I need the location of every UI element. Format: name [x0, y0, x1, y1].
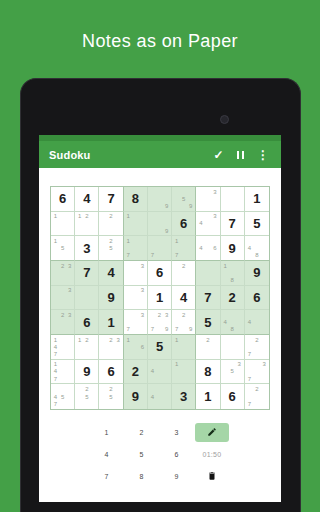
cell-r3c6[interactable]: 17 [172, 236, 196, 261]
note-pos-7 [222, 276, 229, 283]
note-pos-7: 7 [246, 350, 253, 357]
note-pos-5 [132, 343, 139, 350]
note-pos-9: 9 [163, 227, 170, 234]
cell-r2c1[interactable]: 1 [51, 212, 75, 237]
cell-r1c2[interactable]: 4 [75, 187, 99, 212]
note-pos-5 [156, 220, 163, 227]
note-pos-6 [261, 245, 268, 252]
note-pos-8 [132, 276, 139, 283]
cell-value: 9 [229, 242, 236, 255]
note-pos-4 [52, 220, 59, 227]
cell-r1c4[interactable]: 8 [124, 187, 148, 212]
note-pos-3 [236, 311, 243, 318]
note-pos-7: 7 [149, 252, 156, 259]
note-pos-6 [236, 269, 243, 276]
numpad-8[interactable]: 8 [140, 473, 144, 480]
cell-r8c5[interactable]: 4 [148, 360, 172, 385]
note-pos-9 [163, 400, 170, 408]
cell-notes: 9 [148, 187, 171, 211]
cell-r4c4[interactable]: 3 [124, 261, 148, 286]
note-pos-3 [211, 336, 218, 343]
cell-value: 7 [107, 192, 114, 205]
note-pos-6 [66, 343, 73, 350]
numpad-1[interactable]: 1 [105, 429, 109, 436]
tablet-frame: Sudoku ✓ ⋮ 64789593111221963475153251771… [20, 78, 301, 512]
cell-notes: 2379 [148, 310, 171, 334]
cell-value: 9 [107, 291, 114, 304]
note-pos-9: 9 [163, 202, 170, 209]
note-pos-4: 4 [197, 220, 204, 227]
note-pos-4: 4 [52, 368, 59, 375]
note-pos-9 [236, 375, 243, 382]
cell-notes: 15 [51, 236, 74, 260]
cell-r8c3[interactable]: 6 [99, 360, 123, 385]
note-pos-7 [197, 252, 204, 259]
note-pos-6 [261, 319, 268, 326]
cell-r2c6[interactable]: 6 [172, 212, 196, 237]
cell-r7c8[interactable] [221, 335, 245, 360]
cell-value: 9 [253, 266, 260, 279]
note-pos-5 [204, 343, 211, 350]
cell-value: 6 [107, 365, 114, 378]
note-pos-5 [156, 319, 163, 326]
note-pos-2: 2 [59, 262, 66, 269]
cell-value: 6 [229, 390, 236, 403]
cell-notes: 4 [245, 310, 269, 334]
cell-r5c1[interactable]: 3 [51, 286, 75, 311]
cell-r2c7[interactable]: 34 [196, 212, 220, 237]
note-pos-6: 6 [211, 245, 218, 252]
note-pos-4: 4 [52, 343, 59, 350]
note-pos-7 [173, 202, 180, 209]
note-pos-2: 2 [83, 336, 90, 343]
cell-value: 1 [253, 192, 260, 205]
cell-r7c4[interactable]: 16 [124, 335, 148, 360]
note-pos-1 [125, 287, 132, 294]
note-pos-7 [173, 375, 180, 382]
note-pos-3 [66, 336, 73, 343]
numpad-2[interactable]: 2 [140, 429, 144, 436]
cell-r1c9[interactable]: 1 [245, 187, 269, 212]
note-pos-6 [261, 343, 268, 350]
note-pos-5 [180, 319, 187, 326]
numpad-9[interactable]: 9 [175, 473, 179, 480]
cell-r2c5[interactable]: 9 [148, 212, 172, 237]
cell-r3c7[interactable]: 46 [196, 236, 220, 261]
note-pos-2 [59, 336, 66, 343]
cell-r5c7[interactable]: 7 [196, 286, 220, 311]
note-pos-7 [149, 375, 156, 382]
cell-r9c8[interactable]: 6 [221, 384, 245, 409]
note-pos-2 [253, 361, 260, 368]
note-pos-5: 5 [59, 245, 66, 252]
cell-r9c1[interactable]: 457 [51, 384, 75, 409]
cell-r6c4[interactable]: 37 [124, 310, 148, 335]
note-pos-2 [59, 237, 66, 244]
note-pos-6 [187, 245, 194, 252]
cell-r4c7[interactable] [196, 261, 220, 286]
note-pos-8 [59, 301, 66, 308]
note-pos-4 [222, 269, 229, 276]
pause-icon[interactable] [237, 151, 245, 159]
note-pos-1 [197, 188, 204, 195]
note-pos-6 [187, 368, 194, 375]
note-pos-4 [76, 393, 83, 401]
note-pos-8 [204, 350, 211, 357]
cell-r7c2[interactable]: 12 [75, 335, 99, 360]
note-pos-8 [108, 350, 115, 357]
cell-r6c1[interactable]: 23 [51, 310, 75, 335]
note-pos-3: 3 [261, 361, 268, 368]
cell-r4c8[interactable]: 18 [221, 261, 245, 286]
note-pos-5 [83, 343, 90, 350]
note-pos-8 [204, 202, 211, 209]
note-pos-3 [163, 188, 170, 195]
note-pos-3 [187, 188, 194, 195]
note-pos-5 [132, 269, 139, 276]
note-pos-6 [187, 269, 194, 276]
cell-r9c9[interactable]: 27 [245, 384, 269, 409]
note-pos-3: 3 [115, 336, 122, 343]
note-pos-4: 4 [222, 319, 229, 326]
note-pos-5 [59, 294, 66, 301]
note-pos-1 [246, 311, 253, 318]
note-pos-3: 3 [211, 213, 218, 220]
numpad-5[interactable]: 5 [140, 451, 144, 458]
note-pos-1: 1 [52, 213, 59, 220]
note-pos-9 [261, 252, 268, 259]
note-pos-3 [187, 336, 194, 343]
note-pos-9 [66, 252, 73, 259]
note-pos-4 [149, 245, 156, 252]
note-pos-2: 2 [156, 311, 163, 318]
note-pos-6 [66, 319, 73, 326]
cell-notes: 35 [221, 360, 244, 384]
note-pos-9 [211, 202, 218, 209]
note-pos-7 [76, 400, 83, 408]
cell-r9c4[interactable]: 9 [124, 384, 148, 409]
note-pos-3: 3 [236, 361, 243, 368]
camera-icon [220, 115, 229, 124]
note-pos-9 [66, 326, 73, 333]
cell-notes: 2 [172, 261, 195, 285]
cell-r9c7[interactable]: 1 [196, 384, 220, 409]
cell-r3c5[interactable]: 7 [148, 236, 172, 261]
cell-r6c9[interactable]: 4 [245, 310, 269, 335]
note-pos-8 [59, 227, 66, 234]
cell-r9c6[interactable]: 3 [172, 384, 196, 409]
note-pos-1 [149, 188, 156, 195]
cell-r2c9[interactable]: 5 [245, 212, 269, 237]
note-pos-3: 3 [66, 311, 73, 318]
note-pos-3 [115, 385, 122, 393]
numpad-6[interactable]: 6 [175, 451, 179, 458]
app-bar: Sudoku ✓ ⋮ [39, 141, 281, 168]
note-pos-8: 8 [253, 252, 260, 259]
note-pos-1 [100, 213, 107, 220]
cell-value: 6 [180, 217, 187, 230]
note-pos-9 [90, 227, 97, 234]
note-pos-2 [156, 213, 163, 220]
note-pos-1 [149, 213, 156, 220]
note-pos-4 [76, 220, 83, 227]
cell-r8c7[interactable]: 8 [196, 360, 220, 385]
cell-r8c4[interactable]: 2 [124, 360, 148, 385]
cell-r8c8[interactable]: 35 [221, 360, 245, 385]
note-pos-7 [52, 227, 59, 234]
note-pos-5 [59, 343, 66, 350]
cell-r9c3[interactable]: 25 [99, 384, 123, 409]
cell-r9c5[interactable]: 4 [148, 384, 172, 409]
note-pos-4 [100, 245, 107, 252]
cell-notes: 1 [51, 212, 74, 236]
note-pos-9 [139, 276, 146, 283]
cell-r1c8[interactable] [221, 187, 245, 212]
note-pos-2 [156, 188, 163, 195]
cell-r1c3[interactable]: 7 [99, 187, 123, 212]
cell-value: 4 [83, 192, 90, 205]
cell-notes: 9 [148, 212, 171, 236]
note-pos-2: 2 [180, 262, 187, 269]
cell-value: 1 [204, 390, 211, 403]
pencil-notes-button[interactable] [195, 423, 229, 442]
note-pos-2 [229, 262, 236, 269]
note-pos-5 [180, 343, 187, 350]
cell-notes: 48 [221, 310, 244, 334]
note-pos-2 [229, 311, 236, 318]
cell-value: 9 [132, 390, 139, 403]
cell-r4c9[interactable]: 9 [245, 261, 269, 286]
note-pos-2 [180, 361, 187, 368]
cell-r1c5[interactable]: 9 [148, 187, 172, 212]
note-pos-1: 1 [76, 213, 83, 220]
cell-r1c1[interactable]: 6 [51, 187, 75, 212]
note-pos-6 [90, 343, 97, 350]
cell-r6c6[interactable]: 279 [172, 310, 196, 335]
cell-r1c6[interactable]: 59 [172, 187, 196, 212]
note-pos-9: 9 [187, 202, 194, 209]
note-pos-6 [163, 220, 170, 227]
cell-r5c9[interactable]: 6 [245, 286, 269, 311]
note-pos-8 [59, 276, 66, 283]
note-pos-7 [100, 400, 107, 408]
note-pos-2 [59, 287, 66, 294]
cell-r8c2[interactable]: 9 [75, 360, 99, 385]
note-pos-1 [149, 311, 156, 318]
note-pos-4 [173, 368, 180, 375]
cell-r8c9[interactable]: 37 [245, 360, 269, 385]
cell-notes: 25 [75, 384, 98, 409]
cell-notes: 23 [99, 335, 122, 359]
note-pos-7 [100, 252, 107, 259]
cell-r3c1[interactable]: 15 [51, 236, 75, 261]
cell-r2c3[interactable]: 2 [99, 212, 123, 237]
note-pos-8 [180, 202, 187, 209]
note-pos-2 [180, 336, 187, 343]
numpad-4[interactable]: 4 [105, 451, 109, 458]
cell-r6c5[interactable]: 2379 [148, 310, 172, 335]
note-pos-9 [211, 227, 218, 234]
note-pos-2: 2 [83, 213, 90, 220]
note-pos-8: 8 [229, 276, 236, 283]
cell-r5c5[interactable]: 1 [148, 286, 172, 311]
note-pos-9 [66, 350, 73, 357]
cell-r3c4[interactable]: 17 [124, 236, 148, 261]
note-pos-2: 2 [108, 336, 115, 343]
cell-value: 7 [83, 266, 90, 279]
note-pos-7: 7 [246, 400, 253, 408]
note-pos-8 [156, 252, 163, 259]
cell-value: 6 [59, 192, 66, 205]
note-pos-8 [108, 400, 115, 408]
note-pos-8 [253, 350, 260, 357]
note-pos-6 [90, 393, 97, 401]
note-pos-3 [163, 361, 170, 368]
cell-r6c8[interactable]: 48 [221, 310, 245, 335]
note-pos-6 [139, 294, 146, 301]
note-pos-6 [163, 393, 170, 401]
cell-r7c6[interactable]: 1 [172, 335, 196, 360]
note-pos-5 [156, 393, 163, 401]
note-pos-6 [187, 195, 194, 202]
note-pos-9 [139, 350, 146, 357]
cell-r6c7[interactable]: 5 [196, 310, 220, 335]
note-pos-1 [149, 237, 156, 244]
note-pos-4 [100, 343, 107, 350]
note-pos-8 [132, 227, 139, 234]
cell-r3c3[interactable]: 25 [99, 236, 123, 261]
note-pos-5 [229, 319, 236, 326]
note-pos-1: 1 [52, 361, 59, 368]
note-pos-6 [187, 319, 194, 326]
note-pos-6 [66, 220, 73, 227]
cell-r7c3[interactable]: 23 [99, 335, 123, 360]
note-pos-8 [132, 326, 139, 333]
note-pos-4 [52, 319, 59, 326]
cell-r7c9[interactable]: 27 [245, 335, 269, 360]
note-pos-2: 2 [83, 385, 90, 393]
note-pos-3 [211, 237, 218, 244]
note-pos-6 [139, 269, 146, 276]
cell-r9c2[interactable]: 25 [75, 384, 99, 409]
cell-r4c1[interactable]: 23 [51, 261, 75, 286]
note-pos-7 [246, 326, 253, 333]
numpad-7[interactable]: 7 [105, 473, 109, 480]
cell-notes: 4 [148, 360, 171, 384]
cell-notes: 3 [51, 286, 74, 310]
cell-r4c2[interactable]: 7 [75, 261, 99, 286]
cell-r2c2[interactable]: 12 [75, 212, 99, 237]
cell-r5c8[interactable]: 2 [221, 286, 245, 311]
note-pos-2: 2 [108, 385, 115, 393]
note-pos-1 [246, 361, 253, 368]
cell-r7c7[interactable]: 2 [196, 335, 220, 360]
note-pos-5: 5 [180, 195, 187, 202]
cell-r5c3[interactable]: 9 [99, 286, 123, 311]
cell-r3c2[interactable]: 3 [75, 236, 99, 261]
note-pos-4 [125, 245, 132, 252]
note-pos-4: 4 [197, 245, 204, 252]
overflow-menu-icon[interactable]: ⋮ [257, 149, 269, 161]
numpad-3[interactable]: 3 [175, 429, 179, 436]
cell-r5c4[interactable]: 3 [124, 286, 148, 311]
cell-notes: 37 [245, 360, 269, 384]
cell-value: 4 [107, 266, 114, 279]
cell-notes: 25 [99, 236, 122, 260]
cell-notes: 2 [99, 212, 122, 236]
note-pos-4 [52, 294, 59, 301]
check-icon[interactable]: ✓ [213, 149, 223, 161]
note-pos-1 [173, 262, 180, 269]
note-pos-8 [156, 400, 163, 408]
note-pos-6 [66, 368, 73, 375]
cell-r2c8[interactable]: 7 [221, 212, 245, 237]
note-pos-3: 3 [66, 262, 73, 269]
note-pos-9 [115, 227, 122, 234]
note-pos-7: 7 [246, 375, 253, 382]
note-pos-5 [253, 343, 260, 350]
cell-r3c8[interactable]: 9 [221, 236, 245, 261]
cell-r5c2[interactable] [75, 286, 99, 311]
note-pos-1 [100, 237, 107, 244]
note-pos-1 [52, 262, 59, 269]
note-pos-2 [132, 237, 139, 244]
note-pos-7: 7 [125, 252, 132, 259]
note-pos-7 [149, 202, 156, 209]
cell-value: 2 [229, 291, 236, 304]
cell-notes: 27 [245, 335, 269, 359]
note-pos-7: 7 [52, 400, 59, 408]
note-pos-4 [100, 220, 107, 227]
cell-r2c4[interactable]: 1 [124, 212, 148, 237]
cell-r3c9[interactable]: 48 [245, 236, 269, 261]
cell-r8c1[interactable]: 147 [51, 360, 75, 385]
cell-r8c6[interactable]: 1 [172, 360, 196, 385]
cell-r4c6[interactable]: 2 [172, 261, 196, 286]
cell-r1c7[interactable]: 3 [196, 187, 220, 212]
note-pos-7 [222, 375, 229, 382]
cell-r6c2[interactable]: 6 [75, 310, 99, 335]
note-pos-6 [66, 393, 73, 401]
cell-notes: 3 [196, 187, 219, 211]
note-pos-8 [59, 375, 66, 382]
cell-r7c1[interactable]: 147 [51, 335, 75, 360]
note-pos-7: 7 [52, 375, 59, 382]
cell-notes: 2 [196, 335, 219, 359]
note-pos-5 [156, 195, 163, 202]
note-pos-1: 1 [173, 336, 180, 343]
cell-r5c6[interactable]: 4 [172, 286, 196, 311]
note-pos-7 [52, 276, 59, 283]
note-pos-5 [132, 245, 139, 252]
cell-notes: 59 [172, 187, 195, 211]
note-pos-9 [261, 350, 268, 357]
note-pos-1 [149, 361, 156, 368]
promo-title: Notes as on Paper [0, 31, 320, 52]
cell-value: 5 [204, 316, 211, 329]
cell-value: 6 [156, 266, 163, 279]
note-pos-2 [180, 237, 187, 244]
erase-button[interactable] [207, 471, 217, 481]
cell-r4c3[interactable]: 4 [99, 261, 123, 286]
cell-r6c3[interactable]: 1 [99, 310, 123, 335]
cell-notes: 147 [51, 360, 74, 384]
note-pos-7 [222, 326, 229, 333]
cell-r4c5[interactable]: 6 [148, 261, 172, 286]
note-pos-3 [163, 237, 170, 244]
note-pos-7 [149, 400, 156, 408]
cell-r7c5[interactable]: 5 [148, 335, 172, 360]
